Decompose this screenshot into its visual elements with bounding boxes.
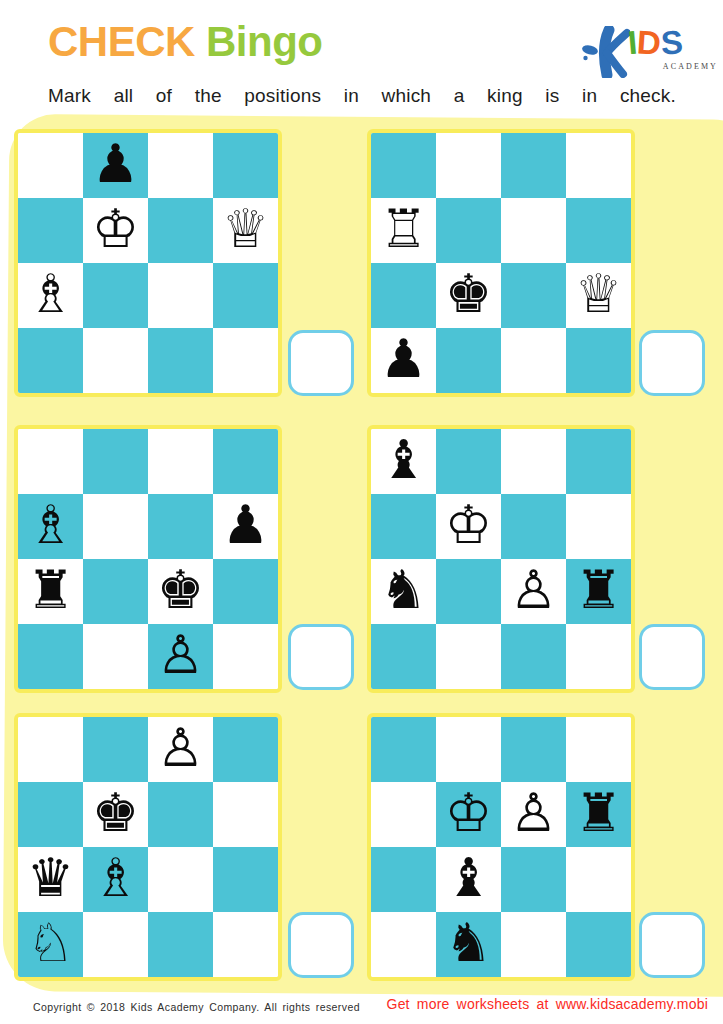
square-r1c1: ♔ [436, 782, 501, 847]
square-r0c3 [566, 133, 631, 198]
chess-board-4: ♝♔♞♙♜ [367, 425, 635, 693]
square-r1c3 [213, 782, 278, 847]
square-r1c0: ♗ [18, 494, 83, 559]
square-r0c0 [371, 717, 436, 782]
logo-letter-s: S [660, 23, 684, 62]
logo-letter-d: D [636, 23, 662, 63]
square-r3c3 [213, 912, 278, 977]
square-r0c1 [436, 717, 501, 782]
square-r2c3: ♕ [566, 263, 631, 328]
square-r2c1: ♚ [436, 263, 501, 328]
black-bishop: ♝ [445, 851, 493, 904]
square-r2c1 [83, 263, 148, 328]
square-r1c0 [18, 198, 83, 263]
square-r3c1 [436, 328, 501, 393]
square-r2c0: ♞ [371, 559, 436, 624]
white-pawn: ♙ [510, 563, 558, 616]
square-r3c2 [148, 912, 213, 977]
square-r2c1: ♗ [83, 847, 148, 912]
white-pawn: ♙ [157, 721, 205, 774]
square-r1c3 [566, 198, 631, 263]
square-r1c2 [148, 494, 213, 559]
square-r3c1: ♞ [436, 912, 501, 977]
white-king: ♔ [445, 786, 493, 839]
square-r3c2: ♙ [148, 624, 213, 689]
square-r1c0 [371, 494, 436, 559]
square-r3c3 [213, 624, 278, 689]
square-r0c2 [501, 717, 566, 782]
square-r1c3: ♕ [213, 198, 278, 263]
square-r0c0 [18, 133, 83, 198]
chess-board-6: ♔♙♜♝♞ [367, 713, 635, 981]
white-bishop: ♗ [27, 498, 75, 551]
white-king: ♔ [92, 202, 140, 255]
square-r2c2 [501, 847, 566, 912]
title-word-bingo: Bingo [206, 18, 322, 65]
kids-academy-logo: IDS ACADEMY [582, 24, 720, 78]
black-bishop: ♝ [380, 433, 428, 486]
square-r3c0 [18, 624, 83, 689]
square-r0c0 [18, 717, 83, 782]
square-r2c0: ♗ [18, 263, 83, 328]
square-r1c3: ♟ [213, 494, 278, 559]
square-r2c3: ♜ [566, 559, 631, 624]
white-king: ♔ [445, 498, 493, 551]
white-pawn: ♙ [157, 628, 205, 681]
square-r2c1: ♝ [436, 847, 501, 912]
square-r3c3 [566, 328, 631, 393]
square-r3c0: ♘ [18, 912, 83, 977]
black-queen: ♛ [27, 851, 75, 904]
square-r1c1: ♚ [83, 782, 148, 847]
square-r1c1: ♔ [436, 494, 501, 559]
worksheets-link[interactable]: Get more worksheets at www.kidsacademy.m… [387, 996, 708, 1012]
square-r2c1 [436, 559, 501, 624]
black-knight: ♞ [445, 916, 493, 969]
square-r1c0 [18, 782, 83, 847]
page-title: CHECK Bingo [48, 18, 322, 66]
square-r3c0 [371, 912, 436, 977]
square-r2c3 [213, 263, 278, 328]
square-r0c1: ♟ [83, 133, 148, 198]
white-rook: ♖ [380, 202, 428, 255]
white-queen: ♕ [222, 202, 270, 255]
logo-k-splat-icon [582, 26, 630, 78]
square-r3c1 [83, 328, 148, 393]
square-r0c1 [436, 133, 501, 198]
square-r3c1 [436, 624, 501, 689]
square-r3c0 [18, 328, 83, 393]
square-r0c3 [566, 429, 631, 494]
square-r2c2: ♙ [501, 559, 566, 624]
square-r1c2 [148, 782, 213, 847]
square-r2c3 [213, 559, 278, 624]
white-queen: ♕ [575, 267, 623, 320]
answer-checkbox-board-5[interactable] [288, 912, 354, 978]
square-r3c1 [83, 912, 148, 977]
square-r2c0 [371, 263, 436, 328]
black-rook: ♜ [575, 563, 623, 616]
square-r2c0: ♜ [18, 559, 83, 624]
square-r1c2 [501, 198, 566, 263]
white-knight: ♘ [27, 916, 75, 969]
square-r0c3 [213, 133, 278, 198]
answer-checkbox-board-4[interactable] [639, 624, 705, 690]
square-r1c3 [566, 494, 631, 559]
black-king: ♚ [157, 563, 205, 616]
square-r2c3 [566, 847, 631, 912]
square-r1c0 [371, 782, 436, 847]
square-r2c2 [501, 263, 566, 328]
square-r0c0 [371, 133, 436, 198]
square-r3c2 [148, 328, 213, 393]
square-r1c1: ♔ [83, 198, 148, 263]
square-r3c2 [501, 624, 566, 689]
black-knight: ♞ [380, 563, 428, 616]
black-pawn: ♟ [92, 137, 140, 190]
square-r3c3 [566, 624, 631, 689]
square-r0c1 [83, 717, 148, 782]
square-r0c2: ♙ [148, 717, 213, 782]
logo-wordmark: IDS [628, 24, 683, 62]
copyright-text: Copyright © 2018 Kids Academy Company. A… [33, 1001, 360, 1013]
black-pawn: ♟ [222, 498, 270, 551]
square-r0c3 [566, 717, 631, 782]
black-rook: ♜ [27, 563, 75, 616]
square-r0c1 [83, 429, 148, 494]
answer-checkbox-board-1[interactable] [288, 330, 354, 396]
black-pawn: ♟ [380, 332, 428, 385]
answer-checkbox-board-3[interactable] [288, 624, 354, 690]
black-king: ♚ [445, 267, 493, 320]
answer-checkbox-board-2[interactable] [639, 330, 705, 396]
white-bishop: ♗ [27, 267, 75, 320]
instruction-text: Mark all of the positions in which a kin… [48, 85, 676, 107]
square-r0c2 [501, 133, 566, 198]
square-r1c1 [436, 198, 501, 263]
square-r1c0: ♖ [371, 198, 436, 263]
black-rook: ♜ [575, 786, 623, 839]
white-pawn: ♙ [510, 786, 558, 839]
square-r2c2 [148, 263, 213, 328]
square-r0c2 [148, 429, 213, 494]
square-r0c3 [213, 717, 278, 782]
black-king: ♚ [92, 786, 140, 839]
square-r3c2 [501, 328, 566, 393]
chess-board-1: ♟♔♕♗ [14, 129, 282, 397]
square-r3c0 [371, 624, 436, 689]
square-r2c3 [213, 847, 278, 912]
chess-board-2: ♖♚♕♟ [367, 129, 635, 397]
square-r3c1 [83, 624, 148, 689]
title-word-check: CHECK [48, 18, 195, 65]
square-r0c3 [213, 429, 278, 494]
square-r2c2: ♚ [148, 559, 213, 624]
chess-board-5: ♙♚♛♗♘ [14, 713, 282, 981]
square-r0c2 [501, 429, 566, 494]
answer-checkbox-board-6[interactable] [639, 912, 705, 978]
square-r1c2 [501, 494, 566, 559]
square-r3c3 [213, 328, 278, 393]
square-r0c0: ♝ [371, 429, 436, 494]
square-r2c1 [83, 559, 148, 624]
square-r0c1 [436, 429, 501, 494]
square-r3c2 [501, 912, 566, 977]
chess-board-3: ♗♟♜♚♙ [14, 425, 282, 693]
square-r2c0 [371, 847, 436, 912]
square-r0c2 [148, 133, 213, 198]
square-r2c2 [148, 847, 213, 912]
square-r1c2 [148, 198, 213, 263]
square-r0c0 [18, 429, 83, 494]
square-r2c0: ♛ [18, 847, 83, 912]
square-r1c3: ♜ [566, 782, 631, 847]
logo-academy-label: ACADEMY [634, 62, 718, 71]
square-r3c0: ♟ [371, 328, 436, 393]
square-r3c3 [566, 912, 631, 977]
square-r1c2: ♙ [501, 782, 566, 847]
square-r1c1 [83, 494, 148, 559]
white-bishop: ♗ [92, 851, 140, 904]
